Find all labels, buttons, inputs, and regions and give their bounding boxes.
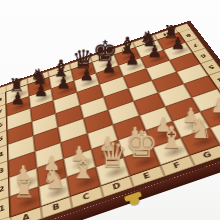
rank-label-7-text: 7 xyxy=(0,109,3,115)
brass-latch[interactable] xyxy=(124,191,142,202)
black-pawn[interactable]: ♟ xyxy=(51,81,76,101)
white-knight-glyph: ♞ xyxy=(177,114,220,142)
rank-label-1-text: 1 xyxy=(0,205,5,214)
rank-label-right-5-text: 5 xyxy=(207,64,215,70)
chess-board: ABCDEFGH ABCDEFGH 87654321 87654321 ♜♞♝♛… xyxy=(0,20,220,220)
black-pawn[interactable]: ♟ xyxy=(140,50,169,69)
black-pawn[interactable]: ♟ xyxy=(6,96,30,116)
rank-label-5-text: 5 xyxy=(0,136,3,143)
black-pawn[interactable]: ♟ xyxy=(118,58,146,77)
brass-latch-loop xyxy=(129,196,141,206)
photo-background: ABCDEFGH ABCDEFGH 87654321 87654321 ♜♞♝♛… xyxy=(0,0,220,220)
scene: ABCDEFGH ABCDEFGH 87654321 87654321 ♜♞♝♛… xyxy=(0,0,220,220)
rank-label-right-6-text: 6 xyxy=(199,53,207,58)
black-pawn[interactable]: ♟ xyxy=(73,73,99,92)
rank-label-right-7-text: 7 xyxy=(191,43,198,48)
